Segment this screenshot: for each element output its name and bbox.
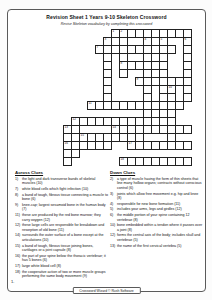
cell-number: 16 xyxy=(65,142,68,146)
clue-number: 12) xyxy=(15,223,22,232)
cell-number: 15 xyxy=(81,134,84,138)
grid-cell[interactable] xyxy=(175,101,184,110)
clue-number: 6) xyxy=(110,213,117,222)
clue-text: a type of muscle having the form of thin… xyxy=(117,177,203,190)
clue-text: the name of the first cervical vertebra … xyxy=(117,244,203,248)
clue-text: the middle portion of your spine contain… xyxy=(117,213,203,222)
clue-item: 5)includes your arms, legs and girdles (… xyxy=(110,207,203,211)
page-subtitle: Revise Skeleton vocabulary by completing… xyxy=(8,22,205,26)
clue-text: includes your arms, legs and girdles (12… xyxy=(117,207,203,211)
clue-number: 18) xyxy=(15,270,22,279)
down-clues-heading: Down Clues xyxy=(110,170,203,175)
clue-number: 13) xyxy=(110,244,117,248)
cell-number: 11 xyxy=(89,102,92,106)
clue-item: 2)a type of muscle having the form of th… xyxy=(110,177,203,190)
clue-number: 15) xyxy=(15,244,22,253)
cell-number: 3 xyxy=(105,38,107,42)
grid-cell[interactable] xyxy=(167,45,176,54)
clue-text: knee-cap; largest sesamoid bone in the h… xyxy=(22,203,108,212)
clue-text: joints which allow free movement e.g. hi… xyxy=(117,192,203,201)
cell-number: 17 xyxy=(129,142,132,146)
clue-item: 11)these are produced by the red bone ma… xyxy=(15,213,108,222)
cell-number: 13 xyxy=(65,126,68,130)
page-title: Revision Sheet 1 Years 9-10 Skeleton Cro… xyxy=(8,14,205,20)
cell-number: 12 xyxy=(73,118,76,122)
down-clue-list: 2)a type of muscle having the form of th… xyxy=(110,177,203,248)
cell-number: 10 xyxy=(169,86,172,90)
cell-number: 4 xyxy=(145,38,147,42)
grid-cell[interactable] xyxy=(183,93,192,102)
worksheet-page: Revision Sheet 1 Years 9-10 Skeleton Cro… xyxy=(7,9,206,292)
cell-number: 14 xyxy=(113,126,116,130)
clue-item: 12)these large cells are responsible for… xyxy=(15,223,108,232)
clue-item: 10)bone embedded within a tendon where i… xyxy=(110,223,203,232)
clue-text: these large cells are responsible for br… xyxy=(22,223,108,232)
clue-item: 18)the cooperative action of two or more… xyxy=(15,270,108,279)
across-clues-heading: Across Clues xyxy=(15,170,108,175)
clue-number: 17) xyxy=(15,264,22,268)
cell-number: 9 xyxy=(137,78,139,82)
clue-item: 7)white blood cells which fight infectio… xyxy=(15,187,108,191)
clue-number: 4) xyxy=(110,202,117,206)
clue-number: 5) xyxy=(110,207,117,211)
clue-item: 1)the light and dark transverse bands of… xyxy=(15,177,108,186)
cell-number: 8 xyxy=(121,62,123,66)
clue-text: white blood cells which fight infection … xyxy=(22,187,108,191)
clue-number: 9) xyxy=(15,203,22,212)
clue-item: 6)the middle portion of your spine conta… xyxy=(110,213,203,222)
clue-text: the cooperative action of two or more mu… xyxy=(22,270,108,279)
clue-text: responsible for new bone formation (11) xyxy=(117,202,203,206)
clue-number: 7) xyxy=(15,187,22,191)
cell-number: 5 xyxy=(161,38,163,42)
grid-cell[interactable] xyxy=(183,125,192,134)
grid-cell[interactable] xyxy=(103,141,112,150)
page-number: 1. xyxy=(11,279,14,284)
cell-number: 18 xyxy=(121,158,124,162)
across-clues-section: Across Clues 1)the light and dark transv… xyxy=(15,170,108,280)
across-clue-list: 1)the light and dark transverse bands of… xyxy=(15,177,108,278)
grid-cell[interactable] xyxy=(71,149,80,158)
cell-number: 2 xyxy=(121,30,123,34)
clue-item: 17)large white blood cell (8) xyxy=(15,264,108,268)
clue-text: the light and dark transverse bands of s… xyxy=(22,177,108,186)
clue-item: 9)knee-cap; largest sesamoid bone in the… xyxy=(15,203,108,212)
clue-number: 11) xyxy=(15,213,22,222)
clue-number: 3) xyxy=(110,192,117,201)
grid-cell[interactable] xyxy=(183,141,192,150)
clue-text: forms the central axis of the body; incl… xyxy=(117,233,203,242)
clue-item: 14)surrounds the outer surface of a bone… xyxy=(15,233,108,242)
grid-cell[interactable] xyxy=(183,157,192,166)
clue-item: 3)joints which allow free movement e.g. … xyxy=(110,192,203,201)
clue-text: bone embedded within a tendon where it p… xyxy=(117,223,203,232)
clue-text: the part of your spine below the thoraci… xyxy=(22,254,108,263)
clue-number: 8) xyxy=(15,193,22,202)
clue-item: 13)the name of the first cervical verteb… xyxy=(110,244,203,248)
grid-cell[interactable] xyxy=(63,157,72,166)
clue-item: 15)a band of tough, fibrous tissue joini… xyxy=(15,244,108,253)
clue-text: a band of tough, fibrous tissue connecti… xyxy=(22,193,108,202)
clue-number: 16) xyxy=(15,254,22,263)
footer-credit: Crossword Wizard © Rush Software xyxy=(72,287,140,294)
grid-cell[interactable] xyxy=(119,69,128,78)
clue-text: large white blood cell (8) xyxy=(22,264,108,268)
clue-number: 1) xyxy=(15,177,22,186)
crossword-grid: 123456789101112131415161718 xyxy=(63,29,201,167)
clue-number: 12) xyxy=(110,233,117,242)
clue-text: surrounds the outer surface of a bone ex… xyxy=(22,233,108,242)
clue-item: 4)responsible for new bone formation (11… xyxy=(110,202,203,206)
clue-text: these are produced by the red bone marro… xyxy=(22,213,108,222)
clue-item: 12)forms the central axis of the body; i… xyxy=(110,233,203,242)
clue-number: 14) xyxy=(15,233,22,242)
down-clues-section: Down Clues 2)a type of muscle having the… xyxy=(110,170,203,249)
clue-item: 8)a band of tough, fibrous tissue connec… xyxy=(15,193,108,202)
clue-number: 2) xyxy=(110,177,117,190)
cell-number: 1 xyxy=(113,30,115,34)
cell-number: 7 xyxy=(97,46,99,50)
cell-number: 6 xyxy=(185,38,187,42)
clue-item: 16)the part of your spine below the thor… xyxy=(15,254,108,263)
clue-number: 10) xyxy=(110,223,117,232)
clue-text: a band of tough, fibrous tissue joining … xyxy=(22,244,108,253)
